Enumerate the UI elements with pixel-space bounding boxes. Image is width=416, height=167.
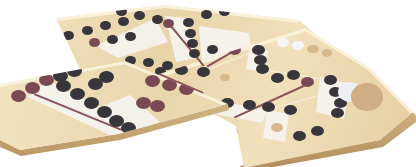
track-dot-d	[143, 58, 154, 67]
track-dot-d	[134, 11, 145, 20]
track-dot-d	[152, 15, 163, 24]
track-dot-d	[118, 17, 129, 26]
track-dot-d	[219, 7, 230, 16]
track-dot-m	[11, 90, 26, 102]
track-dot-b	[228, 127, 238, 135]
track-dot-m	[145, 75, 160, 87]
track-dot-d	[116, 7, 127, 16]
track-dot-d	[287, 70, 300, 80]
track-dot-b	[220, 74, 229, 81]
track-dot-d	[197, 67, 210, 77]
track-dot-d	[185, 29, 196, 38]
track-dot-m	[163, 19, 174, 28]
track-dot-d	[100, 21, 111, 30]
track-dot-b	[271, 123, 283, 132]
track-dot-d	[311, 126, 324, 136]
track-dot-b	[322, 49, 332, 57]
track-dot-d	[183, 18, 194, 27]
track-dot-m	[150, 100, 165, 112]
track-dot-d	[187, 39, 198, 48]
track-dot-m	[89, 38, 100, 47]
track-dot-w	[277, 38, 289, 47]
track-dot-d	[256, 64, 269, 74]
track-dot-d	[189, 49, 200, 58]
finish-circle	[351, 83, 383, 111]
track-dot-m	[136, 97, 151, 109]
track-dot-d	[271, 73, 284, 83]
track-dot-d	[98, 3, 109, 12]
track-dot-d	[243, 100, 256, 110]
track-dot-d	[63, 31, 74, 40]
track-dot-m	[39, 74, 54, 86]
track-dot-w	[292, 41, 304, 50]
track-dot-d	[331, 108, 344, 118]
track-dot-d	[284, 105, 297, 115]
track-dot-d	[80, 0, 91, 8]
track-dot-d	[107, 35, 118, 44]
track-dot-d	[97, 106, 112, 118]
track-dot-m	[301, 77, 314, 87]
track-dot-d	[293, 131, 306, 141]
track-dot-p	[123, 138, 132, 145]
track-dot-m	[25, 82, 40, 94]
track-dot-d	[82, 26, 93, 35]
track-dot-d	[56, 80, 71, 92]
track-dot-d	[125, 32, 136, 41]
track-dot-b	[307, 45, 318, 54]
track-dot-d	[252, 45, 265, 55]
track-dot-d	[70, 88, 85, 100]
track-dot-d	[201, 10, 212, 19]
track-dot-d	[207, 45, 218, 54]
track-dot-d	[84, 97, 99, 109]
product-photo-wooden-game-boards	[0, 0, 416, 167]
track-dot-d	[99, 71, 114, 83]
track-dot-d	[262, 102, 275, 112]
track-dot-d	[324, 75, 337, 85]
